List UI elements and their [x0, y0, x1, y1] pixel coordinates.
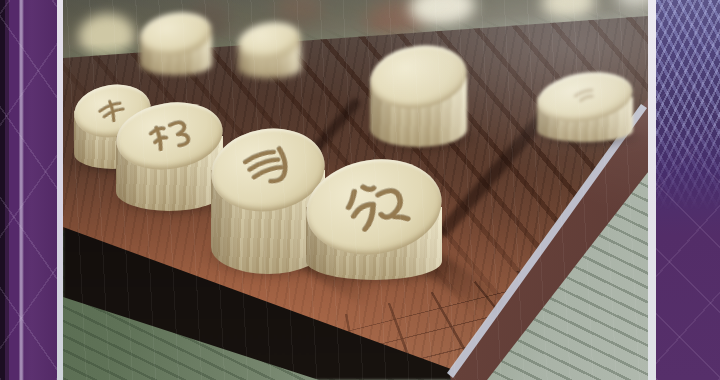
xiangqi-board-photo	[63, 0, 648, 380]
blurred-piece-blob	[77, 12, 136, 60]
xiangqi-piece-mid-right	[537, 73, 633, 142]
xiangqi-piece-mid-left-2	[238, 23, 301, 78]
purple-band-left	[0, 0, 57, 380]
engraved-character-glyph	[130, 106, 209, 165]
blurred-piece-blob	[540, 0, 596, 21]
engraved-character-glyph	[550, 74, 619, 120]
purple-band-right	[656, 0, 720, 380]
engraved-character-glyph	[323, 166, 425, 247]
blurred-piece-blob	[614, 0, 648, 10]
glossy-sheen	[656, 0, 720, 210]
xiangqi-piece-mid-center	[370, 46, 467, 147]
engraved-character-glyph	[225, 135, 311, 205]
xiangqi-piece-mid-left	[140, 13, 212, 75]
xiangqi-piece-front-foreground	[306, 160, 442, 280]
white-strip-right	[648, 0, 656, 380]
xiangqi-piece-front-second	[116, 103, 223, 211]
cover-with-xiangqi-photo	[0, 0, 720, 380]
